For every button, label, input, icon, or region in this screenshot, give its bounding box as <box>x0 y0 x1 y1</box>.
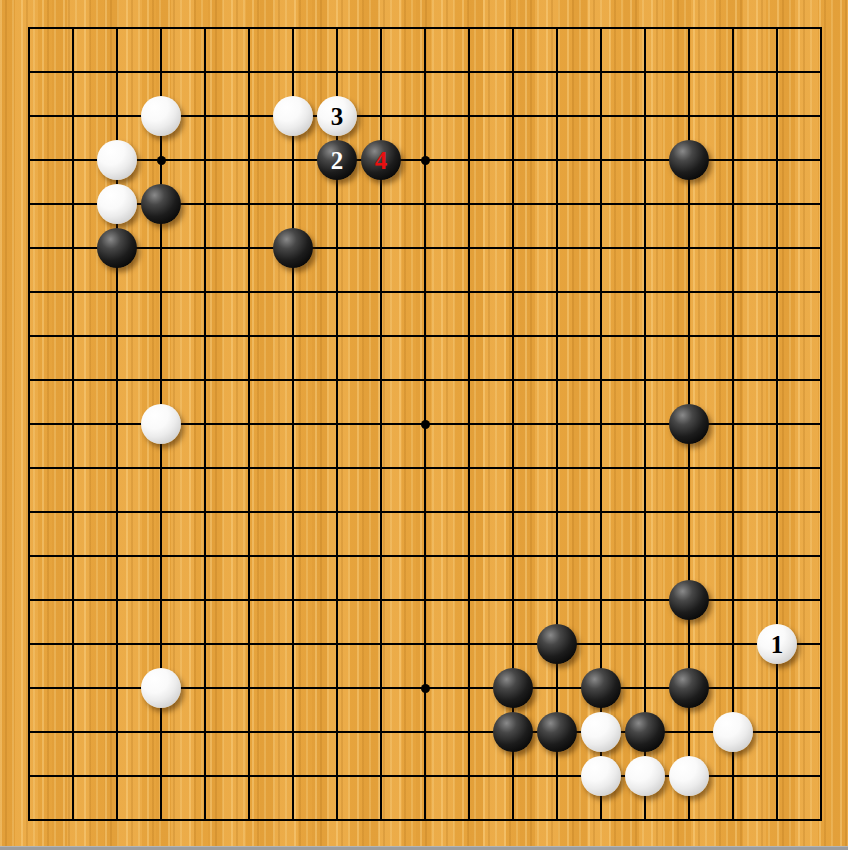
star-point <box>157 156 166 165</box>
stone-white-O3[interactable] <box>581 712 621 752</box>
stone-black-N5[interactable] <box>537 624 577 664</box>
stone-white-G17[interactable] <box>273 96 313 136</box>
stone-white-D10[interactable] <box>141 404 181 444</box>
stone-black-M4[interactable] <box>493 668 533 708</box>
grid-line-horizontal <box>28 731 822 733</box>
stone-black-O4[interactable] <box>581 668 621 708</box>
grid-line-horizontal <box>28 555 822 557</box>
go-app-window: 3241 <box>0 0 848 850</box>
grid-line-horizontal <box>28 511 822 513</box>
move-number-label: 3 <box>331 104 344 129</box>
stone-white-R3[interactable] <box>713 712 753 752</box>
stone-black-J16[interactable]: 4 <box>361 140 401 180</box>
stone-white-S5[interactable]: 1 <box>757 624 797 664</box>
stone-white-H17[interactable]: 3 <box>317 96 357 136</box>
stone-black-D15[interactable] <box>141 184 181 224</box>
stone-white-O2[interactable] <box>581 756 621 796</box>
move-number-label: 2 <box>331 148 344 173</box>
stone-white-D4[interactable] <box>141 668 181 708</box>
move-number-label: 4 <box>375 148 388 173</box>
go-board[interactable]: 3241 <box>0 0 848 850</box>
star-point <box>421 420 430 429</box>
stone-white-Q2[interactable] <box>669 756 709 796</box>
grid-line-horizontal <box>28 27 822 29</box>
move-number-label: 1 <box>771 632 784 657</box>
stone-white-P2[interactable] <box>625 756 665 796</box>
stone-white-D17[interactable] <box>141 96 181 136</box>
star-point <box>421 684 430 693</box>
grid-line-horizontal <box>28 335 822 337</box>
stone-white-C15[interactable] <box>97 184 137 224</box>
grid-line-horizontal <box>28 643 822 645</box>
stone-black-M3[interactable] <box>493 712 533 752</box>
stone-black-G14[interactable] <box>273 228 313 268</box>
stone-black-Q16[interactable] <box>669 140 709 180</box>
stone-black-C14[interactable] <box>97 228 137 268</box>
grid-line-horizontal <box>28 291 822 293</box>
stone-black-H16[interactable]: 2 <box>317 140 357 180</box>
grid-line-horizontal <box>28 247 822 249</box>
grid-line-horizontal <box>28 71 822 73</box>
stone-black-Q4[interactable] <box>669 668 709 708</box>
stone-black-P3[interactable] <box>625 712 665 752</box>
grid-line-horizontal <box>28 379 822 381</box>
grid-line-horizontal <box>28 467 822 469</box>
stone-black-N3[interactable] <box>537 712 577 752</box>
star-point <box>421 156 430 165</box>
stone-black-Q6[interactable] <box>669 580 709 620</box>
window-bottom-edge <box>0 846 848 850</box>
stone-black-Q10[interactable] <box>669 404 709 444</box>
stone-white-C16[interactable] <box>97 140 137 180</box>
grid-line-horizontal <box>28 819 822 821</box>
